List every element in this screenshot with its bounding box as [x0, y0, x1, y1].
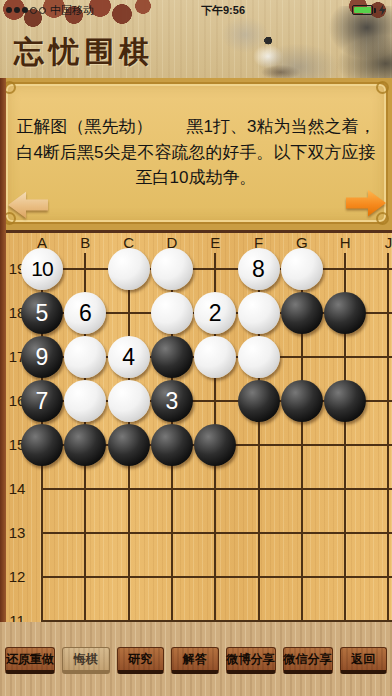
stone-white-C17: 4: [108, 336, 150, 378]
solution-text-line-3: 至白10成劫争。: [16, 165, 376, 191]
stone-black-D16: 3: [151, 380, 193, 422]
undo-button[interactable]: 悔棋: [62, 647, 110, 674]
stone-white-E17: [194, 336, 236, 378]
solution-text-line-2: 白4断后黑5尖是不容疏忽的好手。以下双方应接: [16, 140, 376, 166]
phone-screen: 中国移动 下午9:56 忘忧围棋 正解图（黑先劫） 黑1打、3粘为当然之着， 白…: [0, 0, 392, 696]
stone-black-E15: [194, 424, 236, 466]
stone-white-G19: [281, 248, 323, 290]
next-button[interactable]: [346, 188, 386, 218]
stone-black-A16: 7: [21, 380, 63, 422]
wechat-share-button[interactable]: 微信分享: [283, 647, 333, 674]
bottom-toolbar: 还原重做悔棋研究解答微博分享微信分享返回: [0, 622, 392, 696]
solution-panel: 正解图（黑先劫） 黑1打、3粘为当然之着， 白4断后黑5尖是不容疏忽的好手。以下…: [0, 78, 392, 230]
solution-panel-frame: 正解图（黑先劫） 黑1打、3粘为当然之着， 白4断后黑5尖是不容疏忽的好手。以下…: [4, 82, 388, 224]
answer-button[interactable]: 解答: [171, 647, 219, 674]
stone-number: 3: [165, 388, 178, 415]
row-label-13: 13: [4, 524, 30, 542]
stone-black-D15: [151, 424, 193, 466]
stone-white-F17: [238, 336, 280, 378]
stone-white-E18: 2: [194, 292, 236, 334]
clock: 下午9:56: [201, 3, 245, 18]
app-title: 忘忧围棋: [14, 32, 154, 73]
stone-white-B16: [64, 380, 106, 422]
arrow-left-icon: [8, 190, 48, 220]
stone-black-B15: [64, 424, 106, 466]
column-label-B: B: [74, 234, 96, 252]
stone-white-A19: 10: [21, 248, 63, 290]
go-board[interactable]: ABCDEFGHJ1918171615141312111085629473: [0, 230, 392, 622]
stone-white-B18: 6: [64, 292, 106, 334]
row-label-11: 11: [4, 612, 30, 622]
back-button[interactable]: 返回: [340, 647, 388, 674]
battery-icon: [352, 5, 376, 15]
stone-white-B17: [64, 336, 106, 378]
prev-button[interactable]: [8, 190, 48, 220]
stone-black-A17: 9: [21, 336, 63, 378]
stone-black-D17: [151, 336, 193, 378]
grid-line-horizontal: [41, 576, 392, 578]
stone-white-F18: [238, 292, 280, 334]
stone-black-H18: [324, 292, 366, 334]
column-label-H: H: [334, 234, 356, 252]
stone-white-C16: [108, 380, 150, 422]
stone-black-G16: [281, 380, 323, 422]
grid-line-horizontal: [41, 488, 392, 490]
stone-black-F16: [238, 380, 280, 422]
carrier-label: 中国移动: [50, 3, 94, 18]
weibo-share-button[interactable]: 微博分享: [226, 647, 276, 674]
stone-white-C19: [108, 248, 150, 290]
stone-number: 9: [36, 344, 49, 371]
charging-bolt-icon: [379, 5, 386, 16]
grid-line-horizontal: [41, 268, 392, 270]
research-button[interactable]: 研究: [117, 647, 165, 674]
stone-white-D18: [151, 292, 193, 334]
stone-black-H16: [324, 380, 366, 422]
stone-number: 10: [31, 257, 52, 281]
stone-number: 8: [252, 256, 265, 283]
row-label-12: 12: [4, 568, 30, 586]
solution-text: 正解图（黑先劫） 黑1打、3粘为当然之着， 白4断后黑5尖是不容疏忽的好手。以下…: [16, 114, 376, 191]
stone-white-F19: 8: [238, 248, 280, 290]
stone-black-G18: [281, 292, 323, 334]
stone-number: 6: [79, 300, 92, 327]
reset-redo-button[interactable]: 还原重做: [5, 647, 55, 674]
grid-line-horizontal: [41, 532, 392, 534]
signal-dots-icon: [6, 7, 46, 14]
stone-white-D19: [151, 248, 193, 290]
stone-number: 5: [36, 300, 49, 327]
stone-black-C15: [108, 424, 150, 466]
stone-black-A18: 5: [21, 292, 63, 334]
column-label-J: J: [377, 234, 392, 252]
row-label-14: 14: [4, 480, 30, 498]
grid-line-vertical: [387, 253, 389, 622]
board-left-frame: [0, 78, 6, 622]
stone-number: 4: [122, 344, 135, 371]
stone-number: 7: [36, 388, 49, 415]
stone-black-A15: [21, 424, 63, 466]
solution-text-line-1: 正解图（黑先劫） 黑1打、3粘为当然之着，: [16, 114, 376, 140]
stone-number: 2: [209, 300, 222, 327]
column-label-E: E: [204, 234, 226, 252]
status-bar: 中国移动 下午9:56: [0, 0, 392, 20]
arrow-right-icon: [346, 188, 386, 218]
